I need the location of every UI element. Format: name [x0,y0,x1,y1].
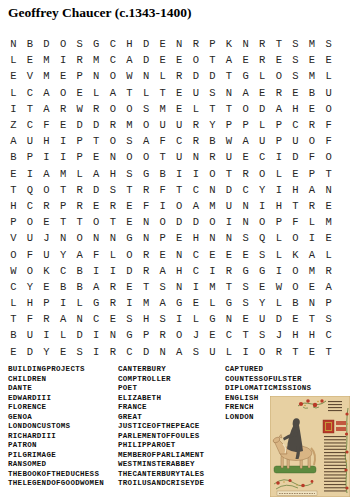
word-item: POET [118,384,204,394]
word-item: FLORENCE [8,403,104,413]
grid-cell: O [287,279,304,295]
grid-cell: T [320,166,337,182]
grid-cell: G [171,295,188,311]
grid-cell: O [88,214,105,230]
grid-cell: B [5,327,22,343]
grid-cell: H [5,198,22,214]
grid-cell: M [204,279,221,295]
grid-cell: S [121,311,138,327]
grid-cell: O [105,68,122,84]
grid-cell: I [204,263,221,279]
grid-cell: D [287,149,304,165]
grid-cell: O [304,133,321,149]
grid-cell: I [88,344,105,360]
grid-cell: F [287,214,304,230]
word-item: COUNTESSOFULSTER [225,375,311,385]
grid-cell: K [38,263,55,279]
grid-cell: N [304,295,321,311]
grid-cell: P [71,149,88,165]
grid-cell: A [271,101,288,117]
word-list-column-1: BUILDINGPROJECTSCHILDRENDANTEEDWARDIIIFL… [8,365,104,489]
caption-banner [277,491,317,496]
grid-cell: C [188,263,205,279]
word-item: THEBOOKOFTHEDUCHESS [8,470,104,480]
grid-cell: S [138,101,155,117]
grid-cell: U [154,117,171,133]
grid-cell: E [304,344,321,360]
grid-cell: P [71,68,88,84]
grid-cell: P [271,133,288,149]
grid-cell: H [287,182,304,198]
grid-cell: T [5,182,22,198]
grid-cell: E [287,85,304,101]
word-item: RICHARDIII [8,432,104,442]
grid-cell: K [287,246,304,262]
grid-cell: E [55,68,72,84]
grid-cell: A [5,133,22,149]
grid-cell: O [171,327,188,343]
grid-cell: B [22,36,39,52]
grid-cell: S [287,36,304,52]
grid-cell: F [88,246,105,262]
grid-cell: J [38,230,55,246]
grid-cell: A [55,311,72,327]
grid-cell: A [38,101,55,117]
grid-cell: R [221,263,238,279]
word-item: GREAT [118,413,204,423]
word-item: COMPTROLLER [118,375,204,385]
grid-cell: A [88,279,105,295]
grid-cell: E [154,52,171,68]
grid-cell: R [271,85,288,101]
grid-cell: O [287,263,304,279]
grid-cell: N [88,230,105,246]
grid-cell: U [171,117,188,133]
grid-cell: R [138,246,155,262]
grid-cell: E [121,198,138,214]
grid-cell: L [88,85,105,101]
grid-cell: U [221,198,238,214]
grid-cell: H [287,101,304,117]
grid-cell: M [121,117,138,133]
grid-cell: R [138,182,155,198]
grid-cell: U [204,344,221,360]
grid-cell: T [204,52,221,68]
grid-cell: C [88,311,105,327]
grid-cell: B [287,295,304,311]
grid-cell: O [105,133,122,149]
grid-cell: I [5,101,22,117]
grid-cell: O [254,344,271,360]
grid-cell: E [5,344,22,360]
grid-cell: A [121,52,138,68]
grid-cell: T [55,182,72,198]
grid-cell: Z [5,117,22,133]
grid-cell: A [38,85,55,101]
grid-cell: E [304,52,321,68]
grid-cell: Y [22,279,39,295]
word-item: THELEGENDOFGOODWOMEN [8,479,104,489]
grid-cell: C [287,117,304,133]
grid-cell: A [88,166,105,182]
grid-cell: B [304,85,321,101]
grid-cell: Y [254,182,271,198]
grid-cell: H [38,133,55,149]
grid-cell: T [154,85,171,101]
grid-cell: E [71,85,88,101]
grid-cell: H [22,295,39,311]
word-item: THECANTERBURYTALES [118,470,204,480]
grid-cell: E [320,230,337,246]
grid-cell: D [22,344,39,360]
grid-cell: C [237,182,254,198]
grid-cell: N [171,246,188,262]
grid-cell: S [105,182,122,198]
grid-cell: E [320,52,337,68]
grid-cell: H [138,311,155,327]
grid-cell: H [105,166,122,182]
word-item: WESTMINSTERABBEY [118,460,204,470]
grid-cell: L [138,85,155,101]
grid-cell: E [22,52,39,68]
grid-cell: O [188,52,205,68]
grid-cell: T [22,101,39,117]
grid-cell: C [254,149,271,165]
grid-cell: R [254,36,271,52]
grid-cell: N [105,230,122,246]
grid-cell: G [138,166,155,182]
grid-cell: O [55,36,72,52]
grid-cell: O [121,101,138,117]
grid-cell: L [71,295,88,311]
grid-cell: S [154,311,171,327]
grid-cell: A [304,182,321,198]
grid-cell: F [22,311,39,327]
grid-cell: R [105,117,122,133]
grid-cell: O [138,117,155,133]
grid-cell: L [71,166,88,182]
grid-cell: N [105,327,122,343]
grid-cell: E [237,149,254,165]
grid-cell: O [287,230,304,246]
grid-cell: G [237,263,254,279]
grid-cell: N [71,311,88,327]
grid-cell: E [5,68,22,84]
grid-cell: T [221,101,238,117]
grid-cell: N [237,198,254,214]
grid-cell: L [5,295,22,311]
grid-cell: E [55,344,72,360]
grid-cell: E [171,101,188,117]
grid-cell: A [304,246,321,262]
puzzle-title: Geoffrey Chaucer (c.1343-1400) [8,5,192,21]
grid-cell: F [138,198,155,214]
chaucer-illustration [270,396,350,497]
grid-cell: P [204,36,221,52]
grid-cell: O [22,263,39,279]
grid-cell: P [55,198,72,214]
grid-cell: I [304,230,321,246]
grid-cell: N [138,214,155,230]
grid-cell: R [71,198,88,214]
grid-cell: E [237,311,254,327]
grid-cell: D [171,214,188,230]
grid-cell: M [138,295,155,311]
grid-cell: R [237,166,254,182]
grid-cell: L [320,246,337,262]
grid-cell: N [221,85,238,101]
grid-cell: R [105,198,122,214]
word-item: RANSOMED [8,460,104,470]
grid-cell: A [71,246,88,262]
grid-cell: V [5,230,22,246]
grid-cell: T [105,214,122,230]
grid-cell: C [22,85,39,101]
grid-cell: H [304,327,321,343]
grid-cell: T [154,149,171,165]
grid-cell: N [204,230,221,246]
grid-cell: L [304,214,321,230]
grid-cell: E [237,52,254,68]
grid-cell: I [188,166,205,182]
word-item: PATRON [8,441,104,451]
grid-cell: N [237,214,254,230]
grid-cell: B [71,263,88,279]
grid-cell: N [171,36,188,52]
grid-cell: O [55,85,72,101]
grid-cell: B [204,133,221,149]
grid-cell: E [188,295,205,311]
grid-cell: E [38,279,55,295]
grid-cell: O [138,149,155,165]
grid-cell: N [188,149,205,165]
grid-cell: O [320,149,337,165]
grid-cell: D [138,36,155,52]
grid-cell: U [171,149,188,165]
word-item: CAPTURED [225,365,311,375]
grid-cell: S [188,344,205,360]
grid-cell: T [88,133,105,149]
word-search-grid: NBDOSGCHDENRPKNRTSMSLEMIRMCADEEOTAERESEE… [5,36,337,360]
grid-cell: D [138,344,155,360]
grid-cell: G [237,68,254,84]
grid-cell: P [138,327,155,343]
grid-cell: O [5,246,22,262]
grid-cell: N [221,311,238,327]
grid-cell: I [271,182,288,198]
grid-cell: N [320,182,337,198]
grid-cell: U [22,133,39,149]
grid-cell: C [121,344,138,360]
word-item: PILGRIMAGE [8,451,104,461]
grid-cell: R [304,198,321,214]
grid-cell: T [221,68,238,84]
grid-cell: Y [38,344,55,360]
grid-cell: M [304,36,321,52]
grid-cell: I [88,327,105,343]
grid-cell: L [154,68,171,84]
word-item: ELIZABETH [118,394,204,404]
grid-cell: I [221,214,238,230]
word-item: EDWARDIII [8,394,104,404]
grid-cell: N [204,182,221,198]
grid-cell: I [254,198,271,214]
grid-cell: S [254,327,271,343]
grid-cell: T [5,311,22,327]
grid-cell: I [105,263,122,279]
grid-cell: A [171,344,188,360]
grid-cell: O [121,246,138,262]
grid-cell: U [254,133,271,149]
grid-cell: C [55,263,72,279]
grid-cell: G [121,327,138,343]
word-item: LONDONCUSTOMS [8,422,104,432]
grid-cell: G [88,36,105,52]
grid-cell: E [254,279,271,295]
grid-cell: U [221,149,238,165]
grid-cell: C [105,52,122,68]
grid-cell: P [38,295,55,311]
grid-cell: R [138,263,155,279]
grid-cell: S [320,311,337,327]
grid-cell: E [287,166,304,182]
word-item: CHILDREN [8,375,104,385]
grid-cell: A [237,85,254,101]
grid-cell: Q [22,182,39,198]
grid-cell: I [55,149,72,165]
grid-cell: E [55,117,72,133]
grid-cell: R [320,263,337,279]
grid-cell: E [38,214,55,230]
grid-cell: F [304,149,321,165]
grid-cell: P [22,149,39,165]
grid-cell: Y [55,246,72,262]
grid-cell: N [138,230,155,246]
grid-cell: E [5,166,22,182]
grid-cell: N [221,230,238,246]
grid-cell: T [121,85,138,101]
grid-cell: S [204,85,221,101]
grid-cell: M [38,52,55,68]
grid-cell: C [22,198,39,214]
grid-cell: I [171,166,188,182]
grid-cell: O [171,198,188,214]
grid-cell: G [88,295,105,311]
grid-cell: N [237,36,254,52]
grid-cell: U [22,327,39,343]
grid-cell: R [188,36,205,52]
grid-cell: U [254,311,271,327]
grid-cell: E [171,52,188,68]
grid-cell: R [88,101,105,117]
grid-cell: A [237,133,254,149]
grid-cell: A [105,85,122,101]
grid-cell: G [254,263,271,279]
grid-cell: F [154,133,171,149]
grid-cell: T [221,166,238,182]
grid-cell: R [105,295,122,311]
grid-cell: F [320,133,337,149]
grid-cell: D [88,182,105,198]
grid-cell: C [105,36,122,52]
grid-cell: M [38,68,55,84]
grid-cell: L [5,52,22,68]
grid-cell: N [138,68,155,84]
grid-cell: C [320,327,337,343]
grid-cell: T [287,344,304,360]
grid-cell: I [121,295,138,311]
grid-cell: T [121,182,138,198]
grid-cell: E [221,246,238,262]
grid-cell: M [320,214,337,230]
grid-cell: S [71,36,88,52]
grid-cell: R [154,327,171,343]
grid-cell: T [221,279,238,295]
grid-cell: O [204,166,221,182]
grid-cell: U [38,246,55,262]
grid-cell: E [121,279,138,295]
grid-cell: Y [204,117,221,133]
grid-cell: H [188,230,205,246]
grid-cell: I [55,52,72,68]
grid-cell: S [237,230,254,246]
grid-cell: U [22,230,39,246]
grid-cell: D [221,182,238,198]
word-item: MEMBEROFPARLIAMENT [118,451,204,461]
grid-cell: R [204,149,221,165]
grid-cell: S [71,344,88,360]
grid-cell: H [171,263,188,279]
grid-cell: I [38,149,55,165]
grid-cell: E [304,101,321,117]
grid-cell: C [171,133,188,149]
grid-cell: R [105,344,122,360]
grid-cell: A [320,279,337,295]
grid-cell: L [221,344,238,360]
grid-cell: L [254,68,271,84]
grid-cell: I [271,263,288,279]
grid-cell: T [287,198,304,214]
grid-cell: O [254,214,271,230]
grid-cell: E [121,214,138,230]
word-item: FRANCE [118,403,204,413]
grid-cell: D [138,52,155,68]
grid-cell: U [320,85,337,101]
grid-cell: W [121,68,138,84]
grid-cell: L [55,327,72,343]
grid-cell: S [287,52,304,68]
grid-cell: A [154,263,171,279]
grid-cell: P [271,117,288,133]
grid-cell: C [188,182,205,198]
grid-cell: T [55,214,72,230]
grid-cell: P [221,117,238,133]
grid-cell: O [154,214,171,230]
grid-cell: T [171,182,188,198]
grid-cell: D [121,263,138,279]
grid-cell: D [204,68,221,84]
grid-cell: A [221,52,238,68]
grid-cell: E [154,36,171,52]
grid-cell: L [254,117,271,133]
grid-cell: I [171,311,188,327]
grid-cell: D [271,311,288,327]
grid-cell: O [271,68,288,84]
grid-cell: W [5,263,22,279]
grid-cell: L [271,166,288,182]
word-item: PHILIPPAROET [118,441,204,451]
grid-cell: W [271,279,288,295]
